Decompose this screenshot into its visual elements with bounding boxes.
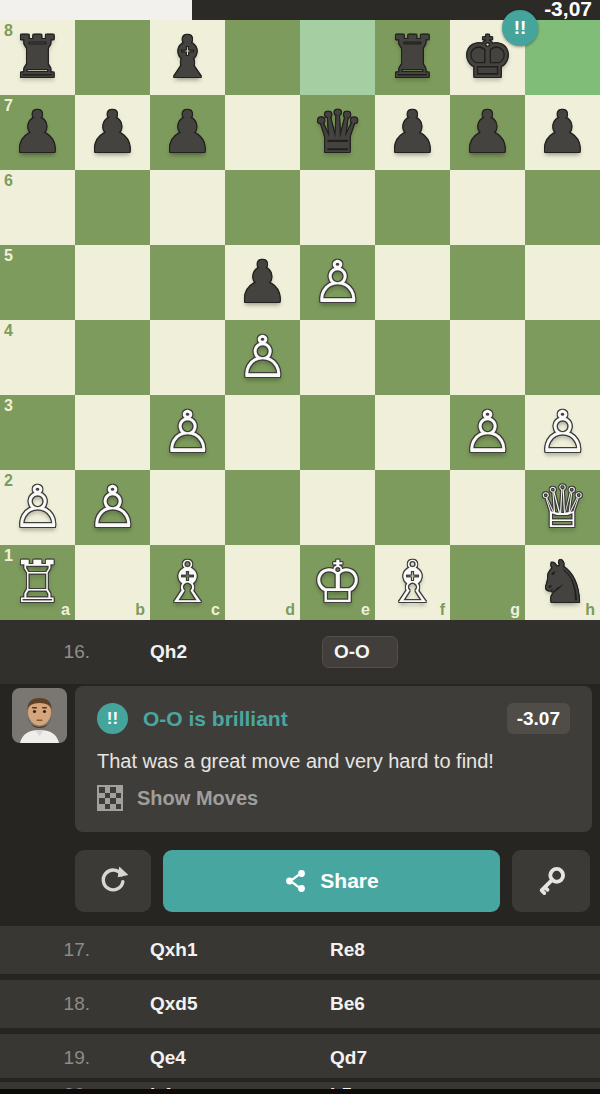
white-pawn-b2[interactable]: ♙ [87, 470, 139, 545]
square-c2[interactable] [150, 470, 225, 545]
square-f4[interactable] [375, 320, 450, 395]
square-c7[interactable]: ♟ [150, 95, 225, 170]
retry-button[interactable] [75, 850, 151, 912]
file-label: e [361, 602, 370, 618]
white-pawn-h3[interactable]: ♙ [537, 395, 589, 470]
square-g1[interactable]: g [450, 545, 525, 620]
rank-label: 6 [4, 173, 13, 189]
square-e6[interactable] [300, 170, 375, 245]
key-icon [535, 865, 567, 897]
square-e4[interactable] [300, 320, 375, 395]
key-button[interactable] [512, 850, 590, 912]
rank-label: 7 [4, 98, 13, 114]
square-d1[interactable]: d [225, 545, 300, 620]
square-g2[interactable] [450, 470, 525, 545]
square-f3[interactable] [375, 395, 450, 470]
show-moves-button[interactable]: Show Moves [97, 785, 258, 811]
square-e7[interactable]: ♛ [300, 95, 375, 170]
black-pawn-g7[interactable]: ♟ [462, 95, 514, 170]
square-a8[interactable]: 8♜ [0, 20, 75, 95]
share-button-label: Share [320, 869, 378, 893]
square-d6[interactable] [225, 170, 300, 245]
square-d3[interactable] [225, 395, 300, 470]
avatar-illustration [12, 688, 67, 743]
black-queen-e7[interactable]: ♛ [312, 95, 364, 170]
square-d4[interactable]: ♙ [225, 320, 300, 395]
square-h4[interactable] [525, 320, 600, 395]
square-g7[interactable]: ♟ [450, 95, 525, 170]
move-list-row[interactable]: 19. Qe4 Qd7 [0, 1034, 600, 1078]
white-move[interactable]: Qh2 [150, 620, 187, 684]
white-rook-a1[interactable]: ♖ [12, 545, 64, 620]
square-h3[interactable]: ♙ [525, 395, 600, 470]
square-f6[interactable] [375, 170, 450, 245]
square-b5[interactable] [75, 245, 150, 320]
square-e2[interactable] [300, 470, 375, 545]
square-a1[interactable]: 1a♖ [0, 545, 75, 620]
square-a2[interactable]: 2♙ [0, 470, 75, 545]
square-d2[interactable] [225, 470, 300, 545]
rank-label: 2 [4, 473, 13, 489]
square-h5[interactable] [525, 245, 600, 320]
file-label: a [61, 602, 70, 618]
black-rook-a8[interactable]: ♜ [12, 20, 64, 95]
black-pawn-f7[interactable]: ♟ [387, 95, 439, 170]
brilliant-move-icon: !! [502, 10, 538, 46]
coach-avatar [12, 688, 67, 743]
square-h6[interactable] [525, 170, 600, 245]
white-bishop-f1[interactable]: ♗ [387, 545, 439, 620]
analysis-card: !! O-O is brilliant -3.07 That was a gre… [75, 686, 592, 832]
square-f7[interactable]: ♟ [375, 95, 450, 170]
black-move[interactable]: Re8 [330, 926, 365, 974]
white-king-e1[interactable]: ♔ [312, 545, 364, 620]
file-label: g [510, 602, 520, 618]
square-b4[interactable] [75, 320, 150, 395]
file-label: b [135, 602, 145, 618]
move-list-row[interactable]: 18. Qxd5 Be6 [0, 980, 600, 1028]
square-f8[interactable]: ♜ [375, 20, 450, 95]
square-b3[interactable] [75, 395, 150, 470]
square-a3[interactable]: 3 [0, 395, 75, 470]
move-number: 18. [46, 980, 90, 1028]
move-number: 19. [46, 1034, 90, 1082]
black-bishop-c8[interactable]: ♝ [162, 20, 214, 95]
white-pawn-g3[interactable]: ♙ [462, 395, 514, 470]
file-label: f [440, 602, 445, 618]
square-b8[interactable] [75, 20, 150, 95]
square-e3[interactable] [300, 395, 375, 470]
white-pawn-e5[interactable]: ♙ [312, 245, 364, 320]
square-b7[interactable]: ♟ [75, 95, 150, 170]
square-b6[interactable] [75, 170, 150, 245]
file-label: h [585, 602, 595, 618]
retry-icon [96, 864, 130, 898]
rank-label: 4 [4, 323, 13, 339]
chess-board[interactable]: 8♜♝♜♚7♟♟♟♛♟♟♟65♟♙4♙3♙♙♙2♙♙♕1a♖bc♗de♔f♗gh… [0, 20, 600, 620]
square-c4[interactable] [150, 320, 225, 395]
white-queen-h2[interactable]: ♕ [537, 470, 589, 545]
square-g6[interactable] [450, 170, 525, 245]
square-c3[interactable]: ♙ [150, 395, 225, 470]
analysis-comment: That was a great move and very hard to f… [97, 748, 494, 774]
square-h1[interactable]: h♞ [525, 545, 600, 620]
analysis-title: O-O is brilliant [143, 707, 288, 731]
square-c5[interactable] [150, 245, 225, 320]
show-moves-label: Show Moves [137, 787, 258, 810]
rank-label: 1 [4, 548, 13, 564]
white-move[interactable]: Qxh1 [150, 926, 198, 974]
square-a7[interactable]: 7♟ [0, 95, 75, 170]
white-pawn-a2[interactable]: ♙ [12, 470, 64, 545]
square-d8[interactable] [225, 20, 300, 95]
white-move[interactable]: Qe4 [150, 1034, 186, 1082]
square-a5[interactable]: 5 [0, 245, 75, 320]
black-move: O-O [323, 637, 397, 667]
rank-label: 5 [4, 248, 13, 264]
black-move[interactable]: Be6 [330, 980, 365, 1028]
white-pawn-c3[interactable]: ♙ [162, 395, 214, 470]
square-g5[interactable] [450, 245, 525, 320]
game-review-screen: -3,07 8♜♝♜♚7♟♟♟♛♟♟♟65♟♙4♙3♙♙♙2♙♙♕1a♖bc♗d… [0, 0, 600, 1094]
brilliant-badge-icon: !! [97, 703, 128, 734]
move-number: 17. [46, 926, 90, 974]
square-g4[interactable] [450, 320, 525, 395]
rank-label: 3 [4, 398, 13, 414]
black-pawn-c7[interactable]: ♟ [162, 95, 214, 170]
black-pawn-a7[interactable]: ♟ [12, 95, 64, 170]
square-b2[interactable]: ♙ [75, 470, 150, 545]
black-pawn-h7[interactable]: ♟ [537, 95, 589, 170]
file-label: c [211, 602, 220, 618]
square-a6[interactable]: 6 [0, 170, 75, 245]
black-pawn-d5[interactable]: ♟ [237, 245, 289, 320]
black-rook-f8[interactable]: ♜ [387, 20, 439, 95]
square-c8[interactable]: ♝ [150, 20, 225, 95]
evaluation-bar-white-segment [0, 0, 192, 20]
square-h7[interactable]: ♟ [525, 95, 600, 170]
square-e8[interactable] [300, 20, 375, 95]
file-label: d [285, 602, 295, 618]
square-f2[interactable] [375, 470, 450, 545]
square-a4[interactable]: 4 [0, 320, 75, 395]
square-d7[interactable] [225, 95, 300, 170]
square-b1[interactable]: b [75, 545, 150, 620]
rank-label: 8 [4, 23, 13, 39]
analysis-title-row: !! O-O is brilliant [97, 703, 288, 734]
move-list-row[interactable]: 17. Qxh1 Re8 [0, 926, 600, 974]
square-e1[interactable]: e♔ [300, 545, 375, 620]
home-indicator-area [0, 1089, 600, 1094]
square-f1[interactable]: f♗ [375, 545, 450, 620]
black-pawn-b7[interactable]: ♟ [87, 95, 139, 170]
black-knight-h1[interactable]: ♞ [537, 545, 589, 620]
white-move[interactable]: Qxd5 [150, 980, 198, 1028]
evaluation-score: -3,07 [544, 0, 592, 21]
square-c1[interactable]: c♗ [150, 545, 225, 620]
square-e5[interactable]: ♙ [300, 245, 375, 320]
share-button[interactable]: Share [163, 850, 500, 912]
move-number: 16. [46, 620, 90, 684]
selected-move-pill[interactable]: O-O [322, 636, 398, 668]
share-icon [284, 869, 308, 893]
white-bishop-c1[interactable]: ♗ [162, 545, 214, 620]
evaluation-badge: -3.07 [507, 703, 570, 734]
square-d5[interactable]: ♟ [225, 245, 300, 320]
square-c6[interactable] [150, 170, 225, 245]
black-move[interactable]: Qd7 [330, 1034, 367, 1082]
square-g3[interactable]: ♙ [450, 395, 525, 470]
square-f5[interactable] [375, 245, 450, 320]
white-pawn-d4[interactable]: ♙ [237, 320, 289, 395]
square-h2[interactable]: ♕ [525, 470, 600, 545]
checkerboard-icon [97, 785, 123, 811]
current-move-row[interactable]: 16. Qh2 O-O [0, 620, 600, 684]
